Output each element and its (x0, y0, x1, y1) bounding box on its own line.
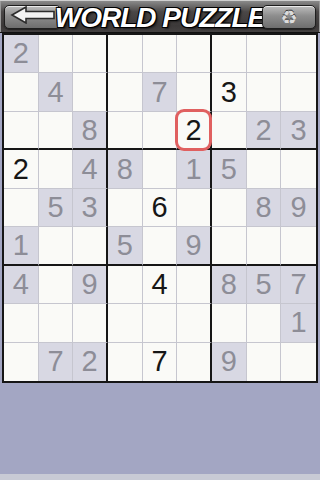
sudoku-board: 24738223248155368915949485717279 (2, 33, 318, 383)
cell-r8c1[interactable] (4, 304, 39, 342)
cell-r9c3[interactable]: 2 (73, 343, 108, 381)
cell-r4c7[interactable]: 5 (212, 150, 247, 188)
cell-r2c5[interactable]: 7 (143, 73, 178, 111)
cell-r4c2[interactable] (39, 150, 74, 188)
cell-r3c7[interactable] (212, 112, 247, 150)
cell-r9c5[interactable]: 7 (143, 343, 178, 381)
cell-r1c8[interactable] (247, 35, 282, 73)
cell-r2c6[interactable] (177, 73, 212, 111)
cell-r1c5[interactable] (143, 35, 178, 73)
cell-r1c2[interactable] (39, 35, 74, 73)
cell-r5c9[interactable]: 9 (281, 189, 316, 227)
cell-r1c6[interactable] (177, 35, 212, 73)
cell-r1c4[interactable] (108, 35, 143, 73)
cell-r4c9[interactable] (281, 150, 316, 188)
cell-r3c2[interactable] (39, 112, 74, 150)
cell-r3c8[interactable]: 2 (247, 112, 282, 150)
cell-r2c9[interactable] (281, 73, 316, 111)
cell-r8c4[interactable] (108, 304, 143, 342)
cell-r1c1[interactable]: 2 (4, 35, 39, 73)
recycle-icon: ♻ (280, 8, 297, 27)
cell-r2c4[interactable] (108, 73, 143, 111)
cell-r2c3[interactable] (73, 73, 108, 111)
cell-r2c1[interactable] (4, 73, 39, 111)
cell-r5c6[interactable] (177, 189, 212, 227)
cell-r5c5[interactable]: 6 (143, 189, 178, 227)
cell-r9c7[interactable]: 9 (212, 343, 247, 381)
cell-r6c6[interactable]: 9 (177, 227, 212, 265)
cell-r7c9[interactable]: 7 (281, 266, 316, 304)
cell-r7c6[interactable] (177, 266, 212, 304)
cell-r9c2[interactable]: 7 (39, 343, 74, 381)
cell-r7c8[interactable]: 5 (247, 266, 282, 304)
cell-r2c7[interactable]: 3 (212, 73, 247, 111)
cell-r3c6[interactable]: 2 (177, 112, 212, 150)
cell-r3c9[interactable]: 3 (281, 112, 316, 150)
cell-r9c4[interactable] (108, 343, 143, 381)
cell-r8c8[interactable] (247, 304, 282, 342)
cell-r6c2[interactable] (39, 227, 74, 265)
cell-r8c7[interactable] (212, 304, 247, 342)
cell-r8c2[interactable] (39, 304, 74, 342)
cell-r7c7[interactable]: 8 (212, 266, 247, 304)
cell-r6c7[interactable] (212, 227, 247, 265)
cell-r1c7[interactable] (212, 35, 247, 73)
cell-r8c5[interactable] (143, 304, 178, 342)
cell-r2c2[interactable]: 4 (39, 73, 74, 111)
cell-r4c1[interactable]: 2 (4, 150, 39, 188)
cell-r5c2[interactable]: 5 (39, 189, 74, 227)
cell-r7c4[interactable] (108, 266, 143, 304)
cell-r4c6[interactable]: 1 (177, 150, 212, 188)
cell-r5c7[interactable] (212, 189, 247, 227)
cell-r4c8[interactable] (247, 150, 282, 188)
cell-r5c4[interactable] (108, 189, 143, 227)
cell-r9c6[interactable] (177, 343, 212, 381)
cell-r6c8[interactable] (247, 227, 282, 265)
cell-r5c3[interactable]: 3 (73, 189, 108, 227)
cell-r3c5[interactable] (143, 112, 178, 150)
cell-r7c1[interactable]: 4 (4, 266, 39, 304)
cell-r9c9[interactable] (281, 343, 316, 381)
restart-button[interactable]: ♻ (262, 5, 316, 29)
cell-r8c6[interactable] (177, 304, 212, 342)
cell-r7c3[interactable]: 9 (73, 266, 108, 304)
cell-r5c1[interactable] (4, 189, 39, 227)
cell-r6c4[interactable]: 5 (108, 227, 143, 265)
cell-r6c1[interactable]: 1 (4, 227, 39, 265)
header-bar: WORLD PUZZLE ♻ (0, 0, 320, 33)
cell-r5c8[interactable]: 8 (247, 189, 282, 227)
cell-r1c3[interactable] (73, 35, 108, 73)
cell-r3c3[interactable]: 8 (73, 112, 108, 150)
cell-r3c1[interactable] (4, 112, 39, 150)
cell-r8c3[interactable] (73, 304, 108, 342)
cell-r4c4[interactable]: 8 (108, 150, 143, 188)
cell-r4c3[interactable]: 4 (73, 150, 108, 188)
cell-r6c9[interactable] (281, 227, 316, 265)
cell-r1c9[interactable] (281, 35, 316, 73)
bottom-strip (0, 474, 320, 480)
cell-r4c5[interactable] (143, 150, 178, 188)
cell-r3c4[interactable] (108, 112, 143, 150)
cell-r7c2[interactable] (39, 266, 74, 304)
cell-r9c1[interactable] (4, 343, 39, 381)
cell-r9c8[interactable] (247, 343, 282, 381)
cell-r6c5[interactable] (143, 227, 178, 265)
cell-r2c8[interactable] (247, 73, 282, 111)
cell-r7c5[interactable]: 4 (143, 266, 178, 304)
cell-r8c9[interactable]: 1 (281, 304, 316, 342)
number-pad: 123 456 789 123456789 (0, 383, 320, 480)
cell-r6c3[interactable] (73, 227, 108, 265)
